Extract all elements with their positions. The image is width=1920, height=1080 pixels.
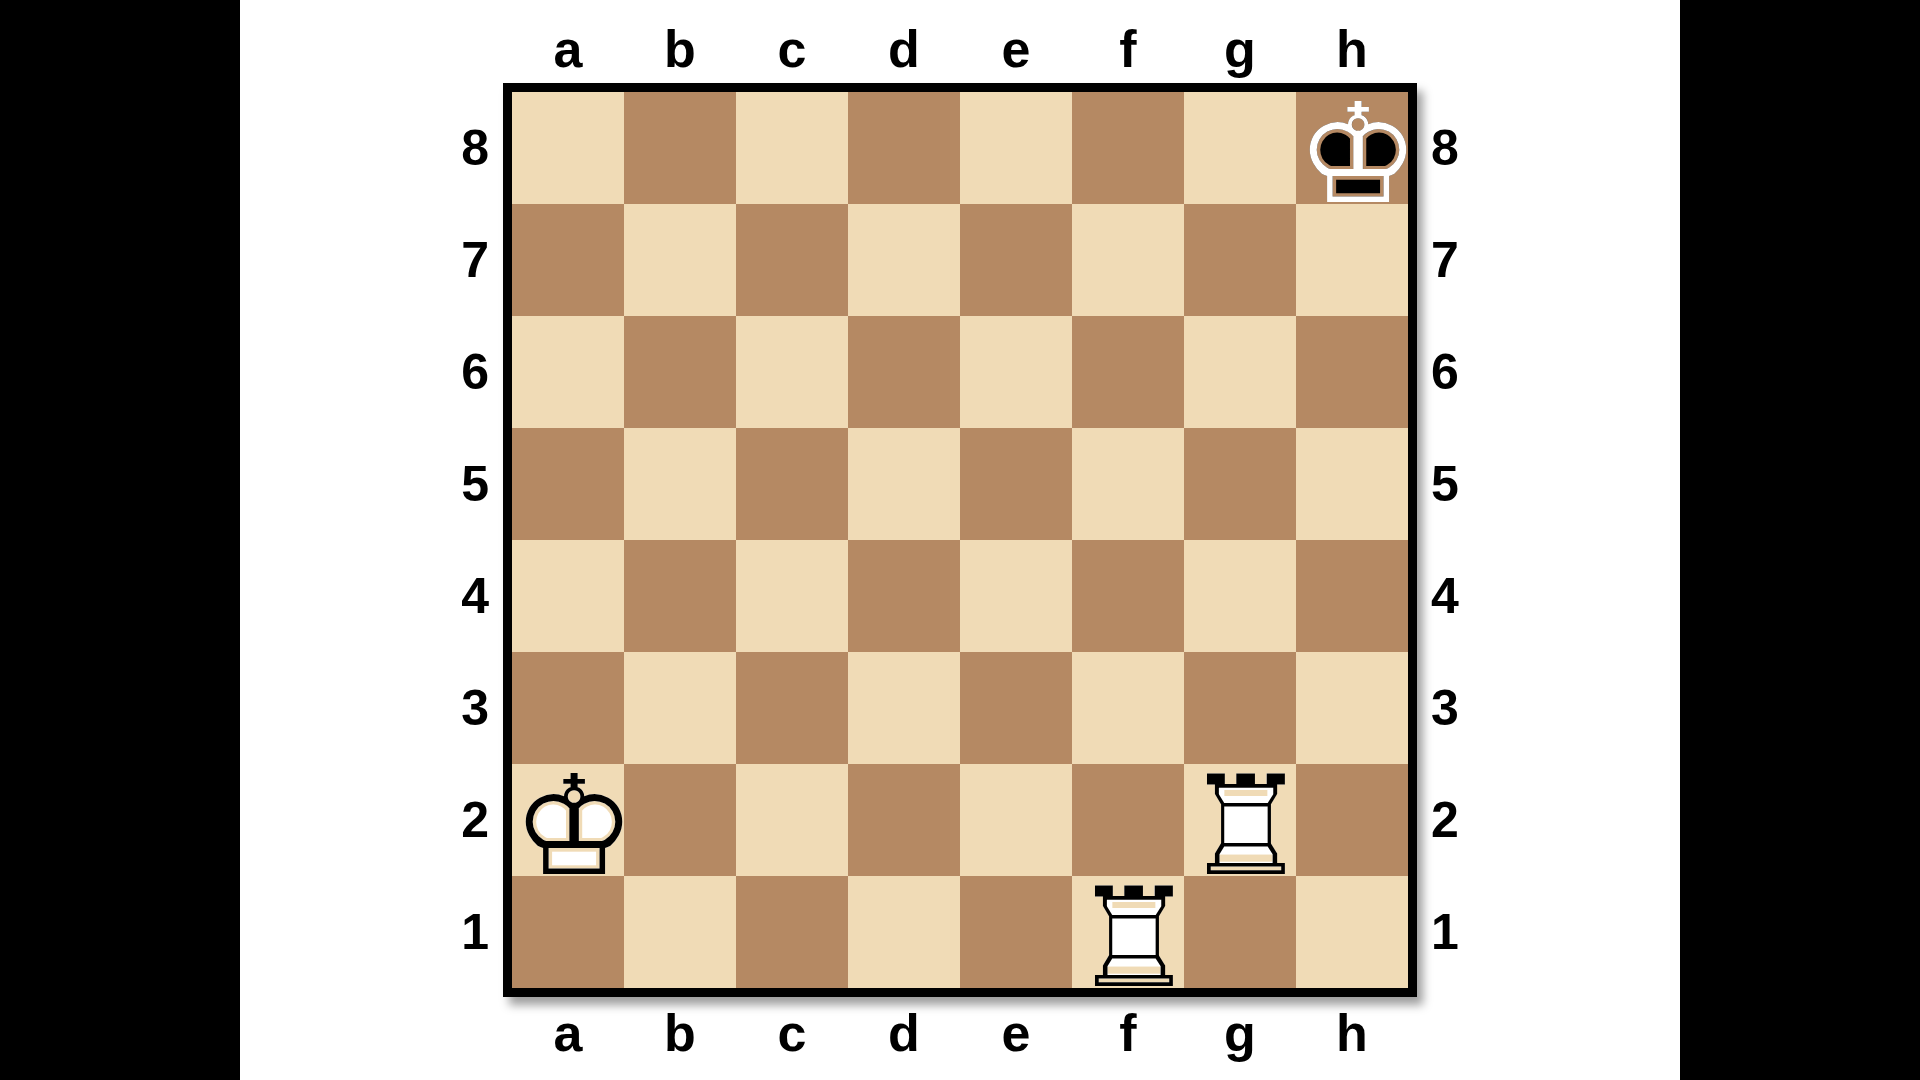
file-label-top-g: g: [1184, 23, 1296, 75]
content-panel: abcdefgh 87654321 ♚♔♚♔♜♖♜♖ 87654321 abcd…: [240, 0, 1680, 1080]
rank-label-right-5: 5: [1417, 428, 1479, 540]
file-label-top-b: b: [624, 23, 736, 75]
square-f5[interactable]: [1072, 428, 1184, 540]
square-f6[interactable]: [1072, 316, 1184, 428]
square-d5[interactable]: [848, 428, 960, 540]
file-label-top-c: c: [736, 23, 848, 75]
file-label-top-d: d: [848, 23, 960, 75]
rank-label-right-8: 8: [1417, 92, 1479, 204]
file-labels-bottom: abcdefgh: [503, 997, 1417, 1059]
square-d3[interactable]: [848, 652, 960, 764]
square-a4[interactable]: [512, 540, 624, 652]
square-c1[interactable]: [736, 876, 848, 988]
square-e7[interactable]: [960, 204, 1072, 316]
square-h6[interactable]: [1296, 316, 1408, 428]
square-e4[interactable]: [960, 540, 1072, 652]
rank-label-left-8: 8: [441, 92, 503, 204]
square-d6[interactable]: [848, 316, 960, 428]
square-d4[interactable]: [848, 540, 960, 652]
square-g5[interactable]: [1184, 428, 1296, 540]
square-c5[interactable]: [736, 428, 848, 540]
square-g6[interactable]: [1184, 316, 1296, 428]
square-a5[interactable]: [512, 428, 624, 540]
square-c2[interactable]: [736, 764, 848, 876]
white-rook-g2[interactable]: ♜♖: [1184, 764, 1296, 876]
square-h3[interactable]: [1296, 652, 1408, 764]
white-rook-outline-glyph: ♖: [1072, 870, 1184, 1008]
chessboard: ♚♔♚♔♜♖♜♖: [503, 83, 1417, 997]
square-g8[interactable]: [1184, 92, 1296, 204]
square-e1[interactable]: [960, 876, 1072, 988]
square-b5[interactable]: [624, 428, 736, 540]
file-label-top-f: f: [1072, 23, 1184, 75]
square-f3[interactable]: [1072, 652, 1184, 764]
file-label-bottom-f: f: [1072, 1007, 1184, 1059]
rank-label-right-2: 2: [1417, 764, 1479, 876]
rank-label-right-7: 7: [1417, 204, 1479, 316]
square-a6[interactable]: [512, 316, 624, 428]
file-label-bottom-g: g: [1184, 1007, 1296, 1059]
square-f8[interactable]: [1072, 92, 1184, 204]
square-b1[interactable]: [624, 876, 736, 988]
square-f7[interactable]: [1072, 204, 1184, 316]
rank-label-left-7: 7: [441, 204, 503, 316]
file-label-bottom-e: e: [960, 1007, 1072, 1059]
square-c7[interactable]: [736, 204, 848, 316]
square-b3[interactable]: [624, 652, 736, 764]
rank-label-left-5: 5: [441, 428, 503, 540]
rank-label-right-3: 3: [1417, 652, 1479, 764]
rank-labels-left: 87654321: [441, 83, 503, 997]
square-g7[interactable]: [1184, 204, 1296, 316]
square-c4[interactable]: [736, 540, 848, 652]
square-b2[interactable]: [624, 764, 736, 876]
square-b7[interactable]: [624, 204, 736, 316]
file-labels-top: abcdefgh: [503, 21, 1417, 83]
file-label-bottom-b: b: [624, 1007, 736, 1059]
square-b8[interactable]: [624, 92, 736, 204]
white-king-a2[interactable]: ♚♔: [512, 764, 624, 876]
square-a2[interactable]: ♚♔: [512, 764, 624, 876]
chessboard-assembly: abcdefgh 87654321 ♚♔♚♔♜♖♜♖ 87654321 abcd…: [441, 21, 1479, 1059]
square-c6[interactable]: [736, 316, 848, 428]
black-king-h8[interactable]: ♚♔: [1296, 92, 1408, 204]
file-label-bottom-c: c: [736, 1007, 848, 1059]
square-b4[interactable]: [624, 540, 736, 652]
rank-label-left-1: 1: [441, 876, 503, 988]
rank-label-right-1: 1: [1417, 876, 1479, 988]
rank-labels-right: 87654321: [1417, 83, 1479, 997]
page-background: abcdefgh 87654321 ♚♔♚♔♜♖♜♖ 87654321 abcd…: [0, 0, 1920, 1080]
rank-label-left-6: 6: [441, 316, 503, 428]
square-a8[interactable]: [512, 92, 624, 204]
file-label-top-a: a: [512, 23, 624, 75]
square-a3[interactable]: [512, 652, 624, 764]
square-g2[interactable]: ♜♖: [1184, 764, 1296, 876]
file-label-top-e: e: [960, 23, 1072, 75]
square-a7[interactable]: [512, 204, 624, 316]
file-label-top-h: h: [1296, 23, 1408, 75]
square-e2[interactable]: [960, 764, 1072, 876]
file-label-bottom-h: h: [1296, 1007, 1408, 1059]
square-e3[interactable]: [960, 652, 1072, 764]
square-f1[interactable]: ♜♖: [1072, 876, 1184, 988]
square-b6[interactable]: [624, 316, 736, 428]
white-rook-fill-glyph: ♜: [1072, 870, 1184, 1008]
rank-label-left-4: 4: [441, 540, 503, 652]
square-e6[interactable]: [960, 316, 1072, 428]
square-c3[interactable]: [736, 652, 848, 764]
square-a1[interactable]: [512, 876, 624, 988]
square-d2[interactable]: [848, 764, 960, 876]
square-h1[interactable]: [1296, 876, 1408, 988]
square-g3[interactable]: [1184, 652, 1296, 764]
rank-label-left-2: 2: [441, 764, 503, 876]
square-h5[interactable]: [1296, 428, 1408, 540]
rank-label-right-4: 4: [1417, 540, 1479, 652]
square-f4[interactable]: [1072, 540, 1184, 652]
square-f2[interactable]: [1072, 764, 1184, 876]
square-g4[interactable]: [1184, 540, 1296, 652]
square-e5[interactable]: [960, 428, 1072, 540]
square-c8[interactable]: [736, 92, 848, 204]
square-d1[interactable]: [848, 876, 960, 988]
square-h2[interactable]: [1296, 764, 1408, 876]
square-e8[interactable]: [960, 92, 1072, 204]
square-d8[interactable]: [848, 92, 960, 204]
square-g1[interactable]: [1184, 876, 1296, 988]
square-h8[interactable]: ♚♔: [1296, 92, 1408, 204]
file-label-bottom-a: a: [512, 1007, 624, 1059]
square-h4[interactable]: [1296, 540, 1408, 652]
rank-label-right-6: 6: [1417, 316, 1479, 428]
rank-label-left-3: 3: [441, 652, 503, 764]
white-rook-f1[interactable]: ♜♖: [1072, 876, 1184, 988]
square-d7[interactable]: [848, 204, 960, 316]
square-h7[interactable]: [1296, 204, 1408, 316]
file-label-bottom-d: d: [848, 1007, 960, 1059]
